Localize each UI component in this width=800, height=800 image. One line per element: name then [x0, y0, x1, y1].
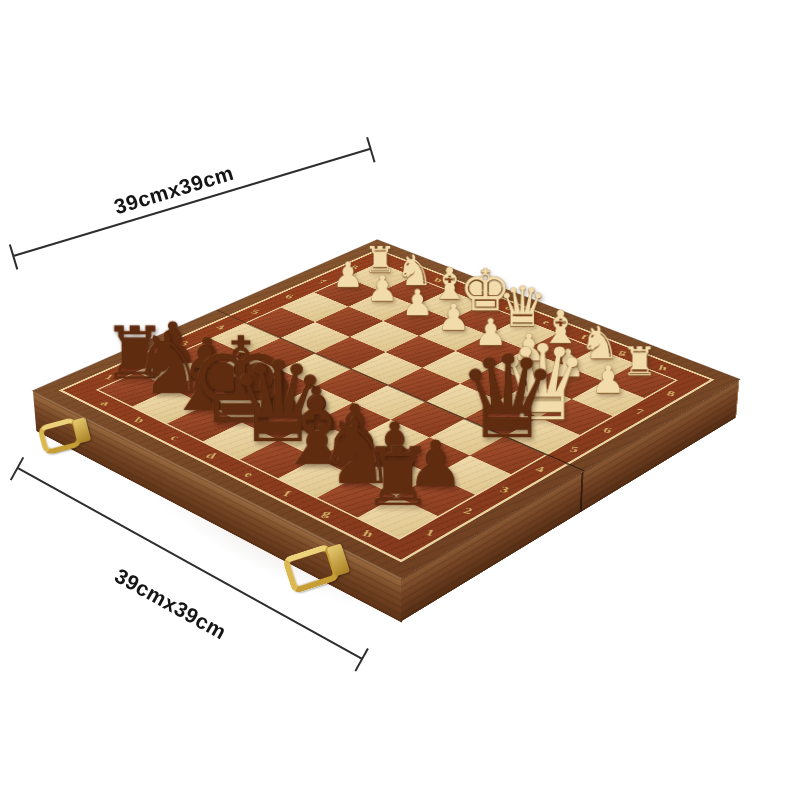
product-photo-stage: abcdefghabcdefgh1234567812345678 ♜♞♝♚♛♝♞… [0, 0, 800, 800]
fold-seam-side [580, 471, 584, 513]
piece-dark-rook: ♜ [320, 437, 476, 517]
